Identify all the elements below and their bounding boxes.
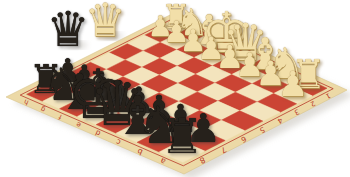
chess-set-photo: hgfedcba12345678 ♜♞♝♛♚♝♞♜♟♟♟♟♟♟♟♟♟♟♟♟♟♟♟… [0, 0, 350, 177]
extra-queen-shadow [65, 42, 87, 48]
chess-board: hgfedcba12345678 [0, 0, 350, 177]
extra-queen-shadow [101, 33, 123, 39]
